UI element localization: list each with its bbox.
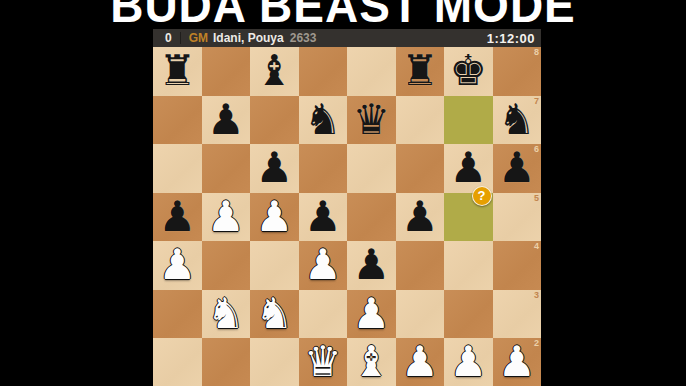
square-b4[interactable] [202, 241, 251, 290]
square-c2[interactable] [250, 338, 299, 386]
material-score: 0 [159, 31, 178, 45]
square-a6[interactable] [153, 144, 202, 193]
piece-white-pawn[interactable]: ♟ [299, 241, 348, 290]
piece-black-queen[interactable]: ♛ [347, 96, 396, 145]
video-title: BUDA BEAST MODE [110, 0, 576, 24]
piece-black-knight[interactable]: ♞ [299, 96, 348, 145]
piece-white-knight[interactable]: ♞ [250, 290, 299, 339]
piece-white-pawn[interactable]: ♟ [250, 193, 299, 242]
square-e4[interactable]: ♟ [347, 241, 396, 290]
square-c3[interactable]: ♞ [250, 290, 299, 339]
video-title-clip: BUDA BEAST MODE [0, 0, 686, 24]
piece-white-pawn[interactable]: ♟ [347, 290, 396, 339]
square-h8[interactable]: 8 [493, 47, 542, 96]
square-b5[interactable]: ♟ [202, 193, 251, 242]
piece-white-pawn[interactable]: ♟ [493, 338, 542, 386]
square-f7[interactable] [396, 96, 445, 145]
square-b6[interactable] [202, 144, 251, 193]
square-d5[interactable]: ♟ [299, 193, 348, 242]
square-d4[interactable]: ♟ [299, 241, 348, 290]
piece-white-bishop[interactable]: ♝ [347, 338, 396, 386]
square-g6[interactable]: ♟ [444, 144, 493, 193]
piece-white-pawn[interactable]: ♟ [396, 338, 445, 386]
square-h5[interactable]: 5 [493, 193, 542, 242]
square-a7[interactable] [153, 96, 202, 145]
square-d6[interactable] [299, 144, 348, 193]
square-d3[interactable] [299, 290, 348, 339]
square-h4[interactable]: 4 [493, 241, 542, 290]
piece-black-pawn[interactable]: ♟ [299, 193, 348, 242]
square-a8[interactable]: ♜ [153, 47, 202, 96]
piece-black-knight[interactable]: ♞ [493, 96, 542, 145]
opponent-clock: 1:12:00 [487, 31, 535, 46]
square-e3[interactable]: ♟ [347, 290, 396, 339]
rank-coordinate-8: 8 [534, 48, 539, 57]
board[interactable]: ? ♜♝♜♚8♟♞♛7♞♟♟6♟♟♟♟♟♟5♟♟♟4♞♞♟3♛♝♟♟2♟1 [153, 47, 541, 386]
piece-black-pawn[interactable]: ♟ [250, 144, 299, 193]
piece-black-rook[interactable]: ♜ [153, 47, 202, 96]
square-f4[interactable] [396, 241, 445, 290]
square-e8[interactable] [347, 47, 396, 96]
square-b3[interactable]: ♞ [202, 290, 251, 339]
square-g4[interactable] [444, 241, 493, 290]
piece-white-pawn[interactable]: ♟ [153, 241, 202, 290]
square-d8[interactable] [299, 47, 348, 96]
piece-white-queen[interactable]: ♛ [299, 338, 348, 386]
square-b7[interactable]: ♟ [202, 96, 251, 145]
rank-coordinate-4: 4 [534, 242, 539, 251]
piece-white-pawn[interactable]: ♟ [444, 338, 493, 386]
square-c6[interactable]: ♟ [250, 144, 299, 193]
square-g3[interactable] [444, 290, 493, 339]
piece-black-pawn[interactable]: ♟ [153, 193, 202, 242]
square-c8[interactable]: ♝ [250, 47, 299, 96]
square-f3[interactable] [396, 290, 445, 339]
square-b2[interactable] [202, 338, 251, 386]
piece-black-pawn[interactable]: ♟ [396, 193, 445, 242]
square-h2[interactable]: 2♟ [493, 338, 542, 386]
square-g8[interactable]: ♚ [444, 47, 493, 96]
player-rating: 2633 [290, 31, 317, 45]
header-divider [180, 32, 181, 44]
piece-black-pawn[interactable]: ♟ [202, 96, 251, 145]
square-d7[interactable]: ♞ [299, 96, 348, 145]
square-c5[interactable]: ♟ [250, 193, 299, 242]
square-c4[interactable] [250, 241, 299, 290]
square-e2[interactable]: ♝ [347, 338, 396, 386]
square-f6[interactable] [396, 144, 445, 193]
square-e5[interactable] [347, 193, 396, 242]
video-frame: BUDA BEAST MODE 0 GM Idani, Pouya 2633 1… [0, 0, 686, 386]
piece-black-pawn[interactable]: ♟ [347, 241, 396, 290]
piece-black-bishop[interactable]: ♝ [250, 47, 299, 96]
piece-black-rook[interactable]: ♜ [396, 47, 445, 96]
piece-white-pawn[interactable]: ♟ [202, 193, 251, 242]
square-f2[interactable]: ♟ [396, 338, 445, 386]
piece-black-pawn[interactable]: ♟ [493, 144, 542, 193]
square-f8[interactable]: ♜ [396, 47, 445, 96]
player-title-badge: GM [189, 31, 208, 45]
square-a2[interactable] [153, 338, 202, 386]
square-a3[interactable] [153, 290, 202, 339]
square-g7[interactable] [444, 96, 493, 145]
square-h6[interactable]: 6♟ [493, 144, 542, 193]
player-name: Idani, Pouya [213, 31, 284, 45]
rank-coordinate-3: 3 [534, 291, 539, 300]
square-d2[interactable]: ♛ [299, 338, 348, 386]
rank-coordinate-5: 5 [534, 194, 539, 203]
square-e7[interactable]: ♛ [347, 96, 396, 145]
square-c7[interactable] [250, 96, 299, 145]
square-e6[interactable] [347, 144, 396, 193]
square-h3[interactable]: 3 [493, 290, 542, 339]
square-g2[interactable]: ♟ [444, 338, 493, 386]
square-b8[interactable] [202, 47, 251, 96]
mistake-annotation-badge: ? [472, 186, 492, 206]
square-f5[interactable]: ♟ [396, 193, 445, 242]
piece-black-king[interactable]: ♚ [444, 47, 493, 96]
piece-white-knight[interactable]: ♞ [202, 290, 251, 339]
square-h7[interactable]: 7♞ [493, 96, 542, 145]
square-a5[interactable]: ♟ [153, 193, 202, 242]
opponent-header-bar: 0 GM Idani, Pouya 2633 1:12:00 [153, 29, 541, 47]
square-a4[interactable]: ♟ [153, 241, 202, 290]
piece-black-pawn[interactable]: ♟ [444, 144, 493, 193]
